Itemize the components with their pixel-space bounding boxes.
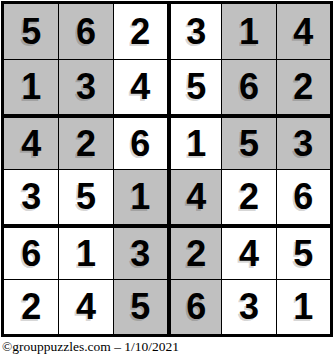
- cell-r1c5[interactable]: 1: [221, 4, 275, 59]
- cell-r1c6[interactable]: 4: [276, 4, 330, 59]
- copyright-credit: ©grouppuzzles.com – 1/10/2021: [2, 339, 179, 355]
- cell-r2c2[interactable]: 3: [58, 59, 112, 114]
- cell-r3c4[interactable]: 1: [167, 114, 221, 169]
- cell-r4c5[interactable]: 2: [221, 169, 275, 224]
- cell-r2c4[interactable]: 5: [167, 59, 221, 114]
- cell-r6c4[interactable]: 6: [167, 279, 221, 334]
- cell-r5c3[interactable]: 3: [113, 224, 167, 279]
- cell-r1c4[interactable]: 3: [167, 4, 221, 59]
- cell-r6c6[interactable]: 1: [276, 279, 330, 334]
- cell-r4c4[interactable]: 4: [167, 169, 221, 224]
- cell-r3c5[interactable]: 5: [221, 114, 275, 169]
- cell-r2c5[interactable]: 6: [221, 59, 275, 114]
- cell-r5c4[interactable]: 2: [167, 224, 221, 279]
- cell-r1c3[interactable]: 2: [113, 4, 167, 59]
- cell-r2c3[interactable]: 4: [113, 59, 167, 114]
- sudoku-board: 562314134562426153351426613245245631: [1, 1, 333, 337]
- cell-r4c6[interactable]: 6: [276, 169, 330, 224]
- cell-r4c3[interactable]: 1: [113, 169, 167, 224]
- cell-r3c3[interactable]: 6: [113, 114, 167, 169]
- cell-r6c3[interactable]: 5: [113, 279, 167, 334]
- cell-r4c2[interactable]: 5: [58, 169, 112, 224]
- cell-r5c1[interactable]: 6: [4, 224, 58, 279]
- cell-r5c6[interactable]: 5: [276, 224, 330, 279]
- cell-r6c2[interactable]: 4: [58, 279, 112, 334]
- cell-r4c1[interactable]: 3: [4, 169, 58, 224]
- cell-r6c5[interactable]: 3: [221, 279, 275, 334]
- cell-r1c1[interactable]: 5: [4, 4, 58, 59]
- cell-r3c6[interactable]: 3: [276, 114, 330, 169]
- cell-r1c2[interactable]: 6: [58, 4, 112, 59]
- cell-r2c1[interactable]: 1: [4, 59, 58, 114]
- cell-r3c1[interactable]: 4: [4, 114, 58, 169]
- cell-r5c2[interactable]: 1: [58, 224, 112, 279]
- cell-r6c1[interactable]: 2: [4, 279, 58, 334]
- cell-r2c6[interactable]: 2: [276, 59, 330, 114]
- cell-r3c2[interactable]: 2: [58, 114, 112, 169]
- cell-r5c5[interactable]: 4: [221, 224, 275, 279]
